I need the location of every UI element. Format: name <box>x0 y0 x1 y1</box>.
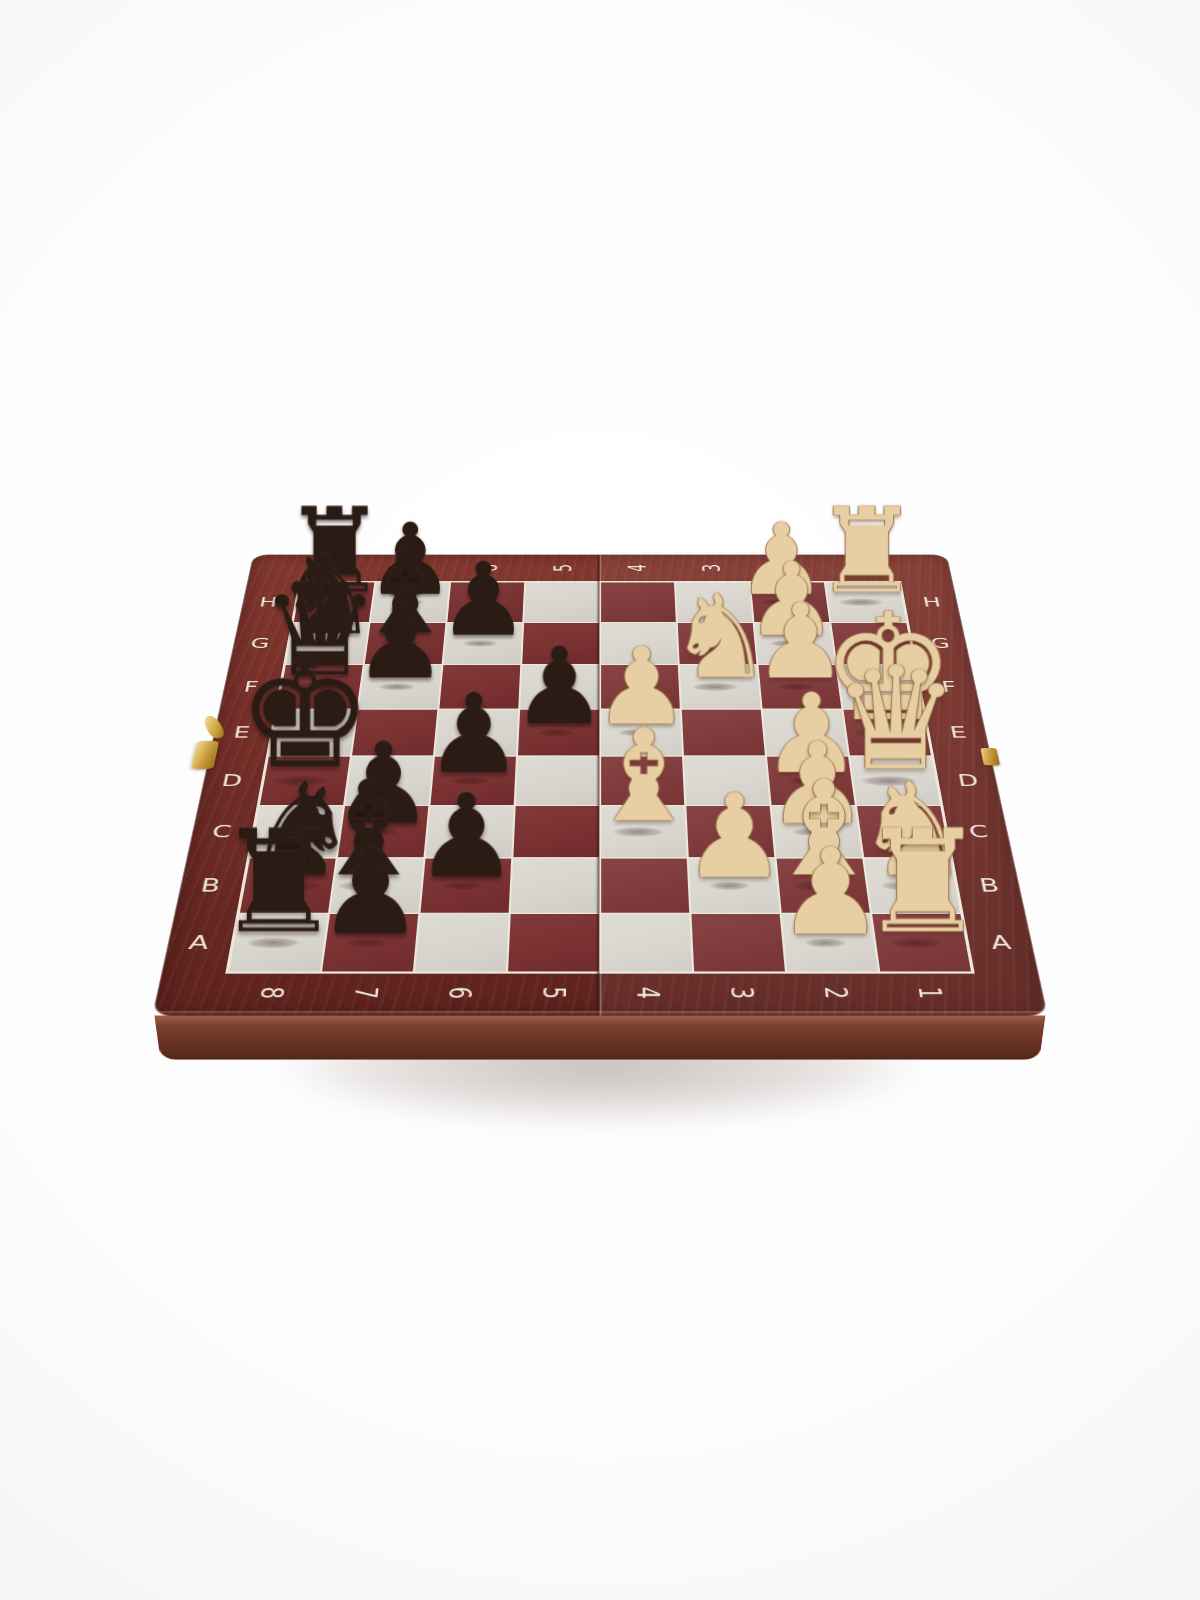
product-photo-scene: HHGGFFEEDDCCBBAA8877665544332211 ♜♞♚♛♞♜♟… <box>0 0 1200 1600</box>
rank-label-top-2: 2 <box>767 561 805 576</box>
rank-label-top-8: 8 <box>321 561 359 576</box>
square-g2 <box>755 623 836 664</box>
black-pawn-glyph: ♟ <box>316 836 423 950</box>
square-g4 <box>601 623 678 664</box>
white-rook-glyph: ♜ <box>858 815 985 950</box>
rank-label-top-5: 5 <box>545 561 581 576</box>
rank-label-top-1: 1 <box>841 561 879 576</box>
rank-label-bottom-7: 7 <box>341 981 389 1005</box>
square-h8 <box>294 582 374 621</box>
chess-box-3d: HHGGFFEEDDCCBBAA8877665544332211 ♜♞♚♛♞♜♟… <box>153 555 1046 1015</box>
rank-label-bottom-1: 1 <box>905 981 954 1005</box>
file-label-right-H: H <box>906 594 958 610</box>
rank-label-top-3: 3 <box>693 561 730 576</box>
square-h7 <box>371 582 450 621</box>
near-edge-highlight <box>156 1011 1045 1015</box>
square-g6 <box>444 623 523 664</box>
square-h6 <box>447 582 524 621</box>
file-label-left-H: H <box>242 594 294 610</box>
rank-label-bottom-3: 3 <box>718 981 765 1005</box>
black-pawn-glyph: ♟ <box>414 782 518 892</box>
rank-label-bottom-2: 2 <box>811 981 859 1005</box>
square-g7 <box>365 623 446 664</box>
rank-label-top-7: 7 <box>396 561 434 576</box>
right-clasp-icon <box>980 748 1000 765</box>
square-g3 <box>678 623 757 664</box>
square-g5 <box>522 623 599 664</box>
rank-label-top-4: 4 <box>619 561 655 576</box>
left-clasp-icon <box>191 741 219 769</box>
square-h5 <box>524 582 599 621</box>
square-h4 <box>601 582 676 621</box>
rank-label-bottom-5: 5 <box>530 981 576 1005</box>
square-h1 <box>826 582 906 621</box>
rank-label-top-6: 6 <box>470 561 507 576</box>
rank-label-bottom-8: 8 <box>246 981 295 1005</box>
box-front-wall <box>154 1015 1045 1059</box>
square-h2 <box>751 582 830 621</box>
rank-label-bottom-6: 6 <box>435 981 482 1005</box>
square-h3 <box>676 582 753 621</box>
rank-label-bottom-4: 4 <box>624 981 670 1005</box>
